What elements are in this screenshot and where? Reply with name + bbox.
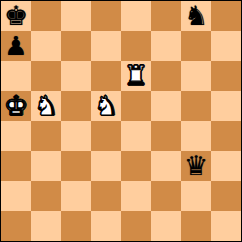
- black-knight-piece[interactable]: ♞: [184, 1, 208, 31]
- square-g1[interactable]: [181, 211, 211, 241]
- square-b5[interactable]: ♞: [31, 91, 61, 121]
- square-d1[interactable]: [91, 211, 121, 241]
- square-h7[interactable]: [211, 31, 241, 61]
- square-c6[interactable]: [61, 61, 91, 91]
- square-e1[interactable]: [121, 211, 151, 241]
- square-c5[interactable]: [61, 91, 91, 121]
- square-c1[interactable]: [61, 211, 91, 241]
- square-c2[interactable]: [61, 181, 91, 211]
- square-g6[interactable]: [181, 61, 211, 91]
- square-f7[interactable]: [151, 31, 181, 61]
- square-b8[interactable]: [31, 1, 61, 31]
- square-g4[interactable]: [181, 121, 211, 151]
- square-e4[interactable]: [121, 121, 151, 151]
- square-a6[interactable]: [1, 61, 31, 91]
- square-b6[interactable]: [31, 61, 61, 91]
- square-a8[interactable]: ♚: [1, 1, 31, 31]
- square-h1[interactable]: [211, 211, 241, 241]
- square-h3[interactable]: [211, 151, 241, 181]
- square-d4[interactable]: [91, 121, 121, 151]
- square-d7[interactable]: [91, 31, 121, 61]
- square-d5[interactable]: ♞: [91, 91, 121, 121]
- square-g7[interactable]: [181, 31, 211, 61]
- square-e5[interactable]: [121, 91, 151, 121]
- square-b4[interactable]: [31, 121, 61, 151]
- square-c7[interactable]: [61, 31, 91, 61]
- square-a3[interactable]: [1, 151, 31, 181]
- square-h5[interactable]: [211, 91, 241, 121]
- square-c8[interactable]: [61, 1, 91, 31]
- square-h6[interactable]: [211, 61, 241, 91]
- square-d2[interactable]: [91, 181, 121, 211]
- square-b2[interactable]: [31, 181, 61, 211]
- square-f5[interactable]: [151, 91, 181, 121]
- square-a2[interactable]: [1, 181, 31, 211]
- square-d3[interactable]: [91, 151, 121, 181]
- black-queen-piece[interactable]: ♛: [184, 151, 208, 181]
- square-b1[interactable]: [31, 211, 61, 241]
- square-g2[interactable]: [181, 181, 211, 211]
- white-rook-piece[interactable]: ♜: [124, 61, 148, 91]
- square-b3[interactable]: [31, 151, 61, 181]
- square-a7[interactable]: ♟: [1, 31, 31, 61]
- square-g3[interactable]: ♛: [181, 151, 211, 181]
- square-c3[interactable]: [61, 151, 91, 181]
- black-pawn-piece[interactable]: ♟: [4, 31, 27, 61]
- square-h2[interactable]: [211, 181, 241, 211]
- square-f3[interactable]: [151, 151, 181, 181]
- chess-board: ♚♞♟♜♚♞♞♛: [0, 0, 242, 242]
- square-e7[interactable]: [121, 31, 151, 61]
- square-e2[interactable]: [121, 181, 151, 211]
- black-king-piece[interactable]: ♚: [4, 1, 28, 31]
- square-a1[interactable]: [1, 211, 31, 241]
- white-king-piece[interactable]: ♚: [4, 91, 28, 121]
- square-f2[interactable]: [151, 181, 181, 211]
- square-e8[interactable]: [121, 1, 151, 31]
- square-a5[interactable]: ♚: [1, 91, 31, 121]
- square-f6[interactable]: [151, 61, 181, 91]
- square-d8[interactable]: [91, 1, 121, 31]
- square-g8[interactable]: ♞: [181, 1, 211, 31]
- square-g5[interactable]: [181, 91, 211, 121]
- square-f8[interactable]: [151, 1, 181, 31]
- square-a4[interactable]: [1, 121, 31, 151]
- square-e3[interactable]: [121, 151, 151, 181]
- square-f1[interactable]: [151, 211, 181, 241]
- square-e6[interactable]: ♜: [121, 61, 151, 91]
- square-h8[interactable]: [211, 1, 241, 31]
- white-knight-piece[interactable]: ♞: [34, 91, 58, 121]
- square-f4[interactable]: [151, 121, 181, 151]
- white-knight-piece[interactable]: ♞: [94, 91, 118, 121]
- square-h4[interactable]: [211, 121, 241, 151]
- square-c4[interactable]: [61, 121, 91, 151]
- square-b7[interactable]: [31, 31, 61, 61]
- square-d6[interactable]: [91, 61, 121, 91]
